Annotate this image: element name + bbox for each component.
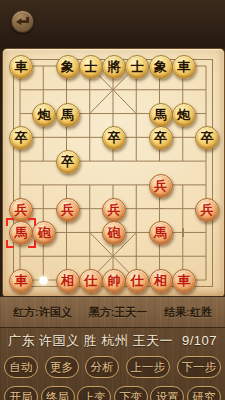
piece-character: 砲 [38, 224, 51, 242]
black-rook-piece[interactable]: 車 [9, 55, 33, 79]
piece-character: 砲 [108, 224, 121, 242]
black-elephant-piece[interactable]: 象 [56, 55, 80, 79]
red-elephant-piece[interactable]: 相 [149, 269, 173, 293]
prev-step-button[interactable]: 上一步 [126, 356, 171, 378]
board-overlay: 車象士將士象車炮馬馬炮卒卒卒卒卒兵兵兵兵兵馬砲砲馬車相仕帥仕相車 [3, 49, 224, 297]
match-summary: 广东 许国义 胜 杭州 王天一9/107 [0, 332, 225, 350]
red-elephant-piece[interactable]: 相 [56, 269, 80, 293]
piece-character: 車 [15, 58, 28, 76]
piece-character: 將 [108, 58, 121, 76]
point-marker-cross [155, 204, 164, 213]
piece-character: 仕 [131, 272, 144, 290]
black-soldier-piece[interactable]: 卒 [56, 150, 80, 174]
piece-character: 相 [61, 272, 74, 290]
last-move-origin-dot [39, 276, 48, 285]
black-soldier-piece[interactable]: 卒 [149, 126, 173, 150]
red-soldier-piece[interactable]: 兵 [195, 198, 219, 222]
auto-button[interactable]: 自动 [4, 356, 38, 378]
piece-character: 馬 [15, 224, 28, 242]
result-label: 结果:红胜 [164, 305, 212, 320]
red-horse-piece[interactable]: 馬 [149, 221, 173, 245]
black-general-piece[interactable]: 將 [102, 55, 126, 79]
piece-character: 兵 [108, 201, 121, 219]
endgame-button[interactable]: 终局 [41, 386, 75, 400]
black-soldier-piece[interactable]: 卒 [9, 126, 33, 150]
toolbar-row-2: 开局终局上变下变设置研究 [0, 386, 225, 400]
red-advisor-piece[interactable]: 仕 [79, 269, 103, 293]
black-soldier-piece[interactable]: 卒 [102, 126, 126, 150]
xiangqi-board[interactable]: 車象士將士象車炮馬馬炮卒卒卒卒卒兵兵兵兵兵馬砲砲馬車相仕帥仕相車 [2, 48, 225, 298]
red-advisor-piece[interactable]: 仕 [125, 269, 149, 293]
black-advisor-piece[interactable]: 士 [125, 55, 149, 79]
piece-character: 炮 [38, 106, 51, 124]
piece-character: 卒 [61, 153, 74, 171]
piece-character: 士 [131, 58, 144, 76]
black-rook-piece[interactable]: 車 [172, 55, 196, 79]
move-progress: 9/107 [182, 333, 217, 348]
red-soldier-piece[interactable]: 兵 [9, 198, 33, 222]
more-button[interactable]: 更多 [45, 356, 79, 378]
piece-character: 相 [154, 272, 167, 290]
piece-character: 馬 [154, 106, 167, 124]
bottom-panel: 广东 许国义 胜 杭州 王天一9/107 自动更多分析上一步下一步 开局终局上变… [0, 327, 225, 400]
piece-character: 兵 [154, 177, 167, 195]
piece-character: 卒 [108, 129, 121, 147]
piece-character: 象 [61, 58, 74, 76]
black-horse-piece[interactable]: 馬 [149, 103, 173, 127]
black-advisor-piece[interactable]: 士 [79, 55, 103, 79]
black-elephant-piece[interactable]: 象 [149, 55, 173, 79]
red-cannon-piece[interactable]: 砲 [102, 221, 126, 245]
top-bar [0, 0, 225, 48]
piece-character: 卒 [15, 129, 28, 147]
piece-character: 兵 [15, 201, 28, 219]
piece-character: 車 [15, 272, 28, 290]
piece-character: 馬 [154, 224, 167, 242]
piece-character: 象 [154, 58, 167, 76]
toolbar-row-1: 自动更多分析上一步下一步 [0, 356, 225, 378]
research-button[interactable]: 研究 [187, 386, 221, 400]
piece-character: 兵 [201, 201, 214, 219]
app-screen: 車象士將士象車炮馬馬炮卒卒卒卒卒兵兵兵兵兵馬砲砲馬車相仕帥仕相車 红方:许国义 … [0, 0, 225, 400]
red-horse-piece[interactable]: 馬 [9, 221, 33, 245]
red-rook-piece[interactable]: 車 [9, 269, 33, 293]
next-step-button[interactable]: 下一步 [177, 356, 222, 378]
analyze-button[interactable]: 分析 [85, 356, 119, 378]
piece-character: 馬 [61, 106, 74, 124]
piece-character: 炮 [177, 106, 190, 124]
piece-character: 兵 [61, 201, 74, 219]
black-horse-piece[interactable]: 馬 [56, 103, 80, 127]
red-soldier-piece[interactable]: 兵 [56, 198, 80, 222]
next-variation-button[interactable]: 下变 [114, 386, 148, 400]
piece-character: 卒 [154, 129, 167, 147]
red-king-piece[interactable]: 帥 [102, 269, 126, 293]
red-soldier-piece[interactable]: 兵 [102, 198, 126, 222]
point-marker-cross [62, 133, 71, 142]
players-strip: 红方:许国义 黑方:王天一 结果:红胜 [0, 296, 225, 327]
piece-character: 卒 [201, 129, 214, 147]
piece-character: 帥 [108, 272, 121, 290]
settings-button[interactable]: 设置 [150, 386, 184, 400]
match-summary-text: 广东 许国义 胜 杭州 王天一 [8, 333, 173, 348]
black-soldier-piece[interactable]: 卒 [195, 126, 219, 150]
opening-button[interactable]: 开局 [4, 386, 38, 400]
prev-variation-button[interactable]: 上变 [77, 386, 111, 400]
point-marker-cross [178, 228, 187, 237]
black-cannon-piece[interactable]: 炮 [172, 103, 196, 127]
piece-character: 車 [177, 58, 190, 76]
red-soldier-piece[interactable]: 兵 [149, 174, 173, 198]
black-player-label: 黑方:王天一 [89, 305, 148, 320]
return-arrow-icon [12, 11, 33, 32]
black-cannon-piece[interactable]: 炮 [32, 103, 56, 127]
red-rook-piece[interactable]: 車 [172, 269, 196, 293]
piece-character: 士 [84, 58, 97, 76]
piece-character: 車 [177, 272, 190, 290]
red-player-label: 红方:许国义 [13, 305, 72, 320]
piece-character: 仕 [84, 272, 97, 290]
back-button[interactable] [11, 10, 34, 33]
red-cannon-piece[interactable]: 砲 [32, 221, 56, 245]
